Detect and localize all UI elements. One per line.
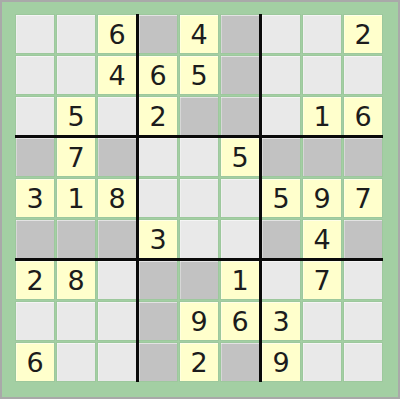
sudoku-app: 642465521675318597342817963629 [0,0,400,399]
cell-r1c9[interactable]: 2 [344,15,382,53]
cell-r8c6[interactable]: 6 [221,302,259,340]
cell-r4c4[interactable] [139,138,177,176]
cell-r7c2[interactable]: 8 [57,261,95,299]
cell-r8c5[interactable]: 9 [180,302,218,340]
cell-r7c7[interactable] [262,261,300,299]
cell-r4c2[interactable]: 7 [57,138,95,176]
cell-r9c6[interactable] [221,343,259,381]
cell-r5c2[interactable]: 1 [57,179,95,217]
cell-r7c4[interactable] [139,261,177,299]
cell-r4c7[interactable] [262,138,300,176]
cell-r5c1[interactable]: 3 [16,179,54,217]
cell-r6c2[interactable] [57,220,95,258]
cell-r9c3[interactable] [98,343,136,381]
cell-r5c8[interactable]: 9 [303,179,341,217]
cell-r8c3[interactable] [98,302,136,340]
cell-r7c1[interactable]: 2 [16,261,54,299]
cell-r8c9[interactable] [344,302,382,340]
cell-r2c4[interactable]: 6 [139,56,177,94]
cell-r5c5[interactable] [180,179,218,217]
sudoku-grid: 642465521675318597342817963629 [16,15,382,381]
cell-r2c2[interactable] [57,56,95,94]
cell-r1c5[interactable]: 4 [180,15,218,53]
cell-r3c6[interactable] [221,97,259,135]
cell-r9c4[interactable] [139,343,177,381]
cell-r7c9[interactable] [344,261,382,299]
cell-r1c4[interactable] [139,15,177,53]
cell-r5c3[interactable]: 8 [98,179,136,217]
cell-r3c7[interactable] [262,97,300,135]
cell-r6c9[interactable] [344,220,382,258]
cell-r2c8[interactable] [303,56,341,94]
cell-r1c2[interactable] [57,15,95,53]
cell-r1c8[interactable] [303,15,341,53]
cell-r5c7[interactable]: 5 [262,179,300,217]
cell-r9c8[interactable] [303,343,341,381]
cell-r3c4[interactable]: 2 [139,97,177,135]
cell-r3c1[interactable] [16,97,54,135]
cell-r3c3[interactable] [98,97,136,135]
cell-r6c6[interactable] [221,220,259,258]
cell-r9c5[interactable]: 2 [180,343,218,381]
cell-r2c1[interactable] [16,56,54,94]
cell-r8c7[interactable]: 3 [262,302,300,340]
cell-r3c8[interactable]: 1 [303,97,341,135]
cell-r4c8[interactable] [303,138,341,176]
cell-r3c2[interactable]: 5 [57,97,95,135]
cell-r6c8[interactable]: 4 [303,220,341,258]
cell-r8c8[interactable] [303,302,341,340]
sudoku-board: 642465521675318597342817963629 [16,15,382,381]
cell-r5c6[interactable] [221,179,259,217]
cell-r2c5[interactable]: 5 [180,56,218,94]
cell-r6c7[interactable] [262,220,300,258]
cell-r1c3[interactable]: 6 [98,15,136,53]
cell-r7c8[interactable]: 7 [303,261,341,299]
cell-r9c2[interactable] [57,343,95,381]
cell-r3c9[interactable]: 6 [344,97,382,135]
cell-r2c7[interactable] [262,56,300,94]
cell-r7c3[interactable] [98,261,136,299]
cell-r9c9[interactable] [344,343,382,381]
cell-r9c7[interactable]: 9 [262,343,300,381]
cell-r7c6[interactable]: 1 [221,261,259,299]
cell-r7c5[interactable] [180,261,218,299]
cell-r2c6[interactable] [221,56,259,94]
cell-r4c6[interactable]: 5 [221,138,259,176]
cell-r4c5[interactable] [180,138,218,176]
cell-r8c1[interactable] [16,302,54,340]
cell-r6c5[interactable] [180,220,218,258]
cell-r8c2[interactable] [57,302,95,340]
cell-r1c6[interactable] [221,15,259,53]
cell-r1c7[interactable] [262,15,300,53]
cell-r4c9[interactable] [344,138,382,176]
cell-r8c4[interactable] [139,302,177,340]
cell-r1c1[interactable] [16,15,54,53]
cell-r6c3[interactable] [98,220,136,258]
cell-r4c1[interactable] [16,138,54,176]
cell-r4c3[interactable] [98,138,136,176]
cell-r6c1[interactable] [16,220,54,258]
cell-r2c9[interactable] [344,56,382,94]
cell-r2c3[interactable]: 4 [98,56,136,94]
cell-r5c4[interactable] [139,179,177,217]
cell-r3c5[interactable] [180,97,218,135]
cell-r5c9[interactable]: 7 [344,179,382,217]
cell-r9c1[interactable]: 6 [16,343,54,381]
cell-r6c4[interactable]: 3 [139,220,177,258]
